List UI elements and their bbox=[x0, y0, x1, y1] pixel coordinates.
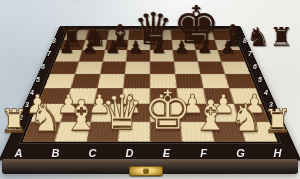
rank-label-left-2: 2 bbox=[19, 114, 23, 121]
square-e2 bbox=[150, 104, 180, 122]
file-label-c: C bbox=[74, 147, 111, 161]
square-d7 bbox=[127, 40, 150, 50]
square-h6 bbox=[218, 50, 245, 61]
square-g7 bbox=[193, 40, 218, 50]
rank-label-left-4: 4 bbox=[30, 89, 34, 96]
rank-label-right-4: 4 bbox=[264, 89, 268, 96]
square-f7 bbox=[172, 40, 196, 50]
square-h5 bbox=[221, 61, 250, 74]
file-label-e: E bbox=[148, 147, 185, 161]
square-f4 bbox=[175, 74, 203, 88]
square-b8 bbox=[85, 30, 108, 39]
rank-label-right-2: 2 bbox=[275, 114, 279, 121]
square-g8 bbox=[191, 30, 214, 39]
rank-label-left-3: 3 bbox=[25, 101, 29, 108]
square-c5 bbox=[100, 61, 126, 74]
square-h1 bbox=[240, 122, 278, 142]
piece-g8-black-knight: ♞ bbox=[247, 25, 270, 50]
square-c1 bbox=[86, 122, 120, 142]
board-frame bbox=[0, 26, 300, 160]
square-h8 bbox=[212, 30, 236, 39]
square-e8 bbox=[150, 30, 172, 39]
square-d8 bbox=[128, 30, 150, 39]
square-f3 bbox=[176, 88, 206, 104]
square-c4 bbox=[97, 74, 125, 88]
square-d5 bbox=[125, 61, 150, 74]
file-label-g: G bbox=[222, 147, 259, 161]
square-c6 bbox=[102, 50, 127, 61]
square-h3 bbox=[229, 88, 262, 104]
square-e7 bbox=[150, 40, 173, 50]
rank-label-right-3: 3 bbox=[269, 101, 273, 108]
square-c8 bbox=[107, 30, 130, 39]
square-b1 bbox=[54, 122, 90, 142]
square-e1 bbox=[150, 122, 182, 142]
square-f5 bbox=[174, 61, 200, 74]
square-f8 bbox=[171, 30, 194, 39]
square-d4 bbox=[124, 74, 150, 88]
square-e6 bbox=[150, 50, 174, 61]
square-d1 bbox=[118, 122, 150, 142]
square-f1 bbox=[180, 122, 214, 142]
square-e3 bbox=[150, 88, 178, 104]
square-c2 bbox=[90, 104, 122, 122]
square-h2 bbox=[234, 104, 269, 122]
square-d2 bbox=[120, 104, 150, 122]
board-grid bbox=[22, 30, 277, 142]
file-label-f: F bbox=[185, 147, 222, 161]
square-b4 bbox=[71, 74, 100, 88]
square-e5 bbox=[150, 61, 175, 74]
square-f6 bbox=[173, 50, 198, 61]
rank-label-left-7: 7 bbox=[47, 50, 51, 57]
square-b7 bbox=[82, 40, 107, 50]
square-h4 bbox=[225, 74, 256, 88]
rank-label-left-8: 8 bbox=[52, 37, 56, 44]
rank-label-right-7: 7 bbox=[248, 50, 252, 57]
file-label-b: B bbox=[37, 147, 74, 161]
rank-label-right-5: 5 bbox=[258, 76, 262, 83]
square-b2 bbox=[60, 104, 93, 122]
square-d3 bbox=[122, 88, 150, 104]
rank-label-right-8: 8 bbox=[243, 37, 247, 44]
piece-h8-black-rook: ♜ bbox=[270, 25, 293, 50]
square-b3 bbox=[66, 88, 97, 104]
rank-label-right-1: 1 bbox=[281, 126, 285, 133]
file-label-a: A bbox=[0, 147, 37, 161]
rank-label-left-5: 5 bbox=[36, 76, 40, 83]
rank-label-left-6: 6 bbox=[41, 63, 45, 70]
square-b5 bbox=[75, 61, 103, 74]
square-f2 bbox=[178, 104, 210, 122]
square-b6 bbox=[79, 50, 105, 61]
square-e4 bbox=[150, 74, 176, 88]
rank-label-left-1: 1 bbox=[13, 126, 17, 133]
file-label-d: D bbox=[111, 147, 148, 161]
file-label-h: H bbox=[259, 147, 296, 161]
square-c3 bbox=[94, 88, 124, 104]
square-h7 bbox=[215, 40, 241, 50]
square-c7 bbox=[105, 40, 129, 50]
brass-clasp bbox=[129, 166, 163, 176]
chess-set-photo: A B C D E F G H 8 7 6 5 4 3 2 1 8 7 6 5 … bbox=[0, 0, 300, 179]
rank-label-right-6: 6 bbox=[253, 63, 257, 70]
square-d6 bbox=[126, 50, 150, 61]
file-labels: A B C D E F G H bbox=[0, 147, 296, 161]
